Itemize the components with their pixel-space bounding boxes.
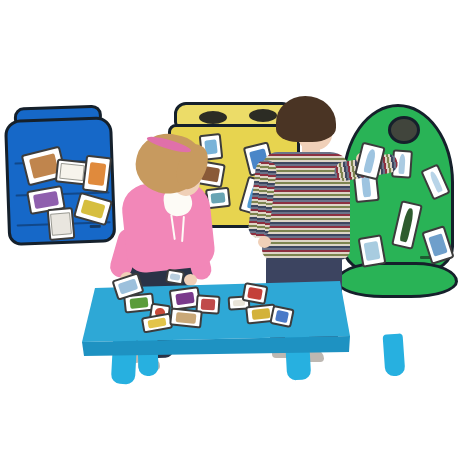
blue-card-icon: [275, 310, 290, 323]
table-leg: [383, 333, 406, 376]
purple-carton-icon: [33, 191, 58, 208]
boy-card-bottle-icon: [363, 148, 377, 174]
card-fish-bones[interactable]: [169, 307, 203, 328]
banana-peel-icon: [147, 317, 167, 328]
wine-bottle-icon: [400, 207, 415, 242]
card-red-carton[interactable]: [242, 282, 269, 305]
paper-sheet-icon: [59, 163, 85, 182]
fish-bones-icon: [175, 312, 196, 324]
small-jar-icon: [398, 154, 406, 174]
lettuce-icon: [129, 297, 149, 308]
girl-card-small-icon: [169, 273, 180, 281]
bin-hole-icon: [199, 111, 227, 124]
milk-carton-icon: [200, 299, 215, 310]
yellow-box-icon: [251, 308, 271, 319]
jam-jar-icon: [428, 233, 448, 257]
cardboard-box-icon: [29, 154, 59, 179]
small-bottle-icon: [428, 170, 443, 193]
girl-card-glass-icon: [118, 278, 138, 294]
boy-hair: [276, 96, 336, 142]
scene-recycling-game-photo: [0, 0, 458, 458]
newspaper-icon: [50, 212, 71, 236]
boy-hand: [258, 236, 271, 248]
card-newspaper[interactable]: [47, 207, 76, 241]
bin-hole-icon: [388, 116, 420, 144]
red-carton-icon: [247, 287, 263, 300]
card-girl-card-small[interactable]: [165, 269, 185, 286]
purple-cloth-icon: [175, 291, 195, 305]
